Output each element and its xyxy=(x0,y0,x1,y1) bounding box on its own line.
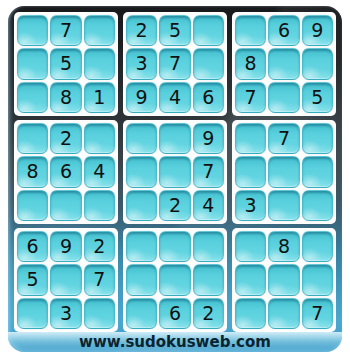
cell-r8c6[interactable] xyxy=(193,264,224,295)
cell-r5c2[interactable]: 6 xyxy=(50,156,81,187)
cell-r3c4[interactable]: 9 xyxy=(126,82,157,113)
cell-r6c7[interactable]: 3 xyxy=(235,190,266,221)
cell-r1c1[interactable] xyxy=(17,15,48,46)
cell-r3c3[interactable]: 1 xyxy=(84,82,115,113)
cell-r4c3[interactable] xyxy=(84,123,115,154)
cell-r4c9[interactable] xyxy=(302,123,333,154)
board-frame: 758125379466987528649724736925736287 www… xyxy=(8,6,342,352)
cell-r7c8[interactable]: 8 xyxy=(268,231,299,262)
cell-r7c9[interactable] xyxy=(302,231,333,262)
cell-r4c8[interactable]: 7 xyxy=(268,123,299,154)
cell-r6c3[interactable] xyxy=(84,190,115,221)
cell-r4c7[interactable] xyxy=(235,123,266,154)
cell-r1c2[interactable]: 7 xyxy=(50,15,81,46)
cell-r4c4[interactable] xyxy=(126,123,157,154)
cell-r2c4[interactable]: 3 xyxy=(126,48,157,79)
cell-r3c1[interactable] xyxy=(17,82,48,113)
box-1-2: 2537946 xyxy=(123,12,227,116)
cell-r3c2[interactable]: 8 xyxy=(50,82,81,113)
cell-r8c4[interactable] xyxy=(126,264,157,295)
cell-r4c5[interactable] xyxy=(159,123,190,154)
cell-r8c1[interactable]: 5 xyxy=(17,264,48,295)
cell-r1c7[interactable] xyxy=(235,15,266,46)
footer-bar: www.sudokusweb.com xyxy=(8,332,342,352)
cell-r6c1[interactable] xyxy=(17,190,48,221)
cell-r8c3[interactable]: 7 xyxy=(84,264,115,295)
cell-r8c2[interactable] xyxy=(50,264,81,295)
cell-r1c3[interactable] xyxy=(84,15,115,46)
cell-r9c9[interactable]: 7 xyxy=(302,298,333,329)
cell-r8c7[interactable] xyxy=(235,264,266,295)
cell-r3c9[interactable]: 5 xyxy=(302,82,333,113)
cell-r1c6[interactable] xyxy=(193,15,224,46)
cell-r7c2[interactable]: 9 xyxy=(50,231,81,262)
box-3-3: 87 xyxy=(232,228,336,332)
cell-r3c7[interactable]: 7 xyxy=(235,82,266,113)
cell-r5c8[interactable] xyxy=(268,156,299,187)
cell-r9c4[interactable] xyxy=(126,298,157,329)
cell-r6c5[interactable]: 2 xyxy=(159,190,190,221)
cell-r5c1[interactable]: 8 xyxy=(17,156,48,187)
cell-r1c8[interactable]: 6 xyxy=(268,15,299,46)
cell-r9c1[interactable] xyxy=(17,298,48,329)
cell-r6c2[interactable] xyxy=(50,190,81,221)
box-3-1: 692573 xyxy=(14,228,118,332)
cell-r4c1[interactable] xyxy=(17,123,48,154)
cell-r2c5[interactable]: 7 xyxy=(159,48,190,79)
box-2-1: 2864 xyxy=(14,120,118,224)
cell-r3c8[interactable] xyxy=(268,82,299,113)
cell-r1c5[interactable]: 5 xyxy=(159,15,190,46)
cell-r7c6[interactable] xyxy=(193,231,224,262)
cell-r7c7[interactable] xyxy=(235,231,266,262)
cell-r9c7[interactable] xyxy=(235,298,266,329)
cell-r7c5[interactable] xyxy=(159,231,190,262)
box-2-3: 73 xyxy=(232,120,336,224)
cell-r2c9[interactable] xyxy=(302,48,333,79)
cell-r2c2[interactable]: 5 xyxy=(50,48,81,79)
cell-r2c1[interactable] xyxy=(17,48,48,79)
cell-r3c6[interactable]: 6 xyxy=(193,82,224,113)
cell-r5c3[interactable]: 4 xyxy=(84,156,115,187)
sudoku-board: 758125379466987528649724736925736287 xyxy=(14,12,336,332)
cell-r8c5[interactable] xyxy=(159,264,190,295)
cell-r2c7[interactable]: 8 xyxy=(235,48,266,79)
cell-r2c3[interactable] xyxy=(84,48,115,79)
cell-r6c4[interactable] xyxy=(126,190,157,221)
cell-r5c4[interactable] xyxy=(126,156,157,187)
cell-r9c6[interactable]: 2 xyxy=(193,298,224,329)
cell-r5c6[interactable]: 7 xyxy=(193,156,224,187)
box-1-1: 7581 xyxy=(14,12,118,116)
cell-r3c5[interactable]: 4 xyxy=(159,82,190,113)
cell-r9c3[interactable] xyxy=(84,298,115,329)
site-url-link[interactable]: www.sudokusweb.com xyxy=(79,333,271,351)
cell-r6c9[interactable] xyxy=(302,190,333,221)
cell-r1c4[interactable]: 2 xyxy=(126,15,157,46)
cell-r2c8[interactable] xyxy=(268,48,299,79)
cell-r5c9[interactable] xyxy=(302,156,333,187)
box-2-2: 9724 xyxy=(123,120,227,224)
cell-r8c9[interactable] xyxy=(302,264,333,295)
box-3-2: 62 xyxy=(123,228,227,332)
cell-r6c6[interactable]: 4 xyxy=(193,190,224,221)
cell-r4c6[interactable]: 9 xyxy=(193,123,224,154)
cell-r4c2[interactable]: 2 xyxy=(50,123,81,154)
cell-r7c4[interactable] xyxy=(126,231,157,262)
cell-r8c8[interactable] xyxy=(268,264,299,295)
cell-r9c8[interactable] xyxy=(268,298,299,329)
cell-r5c7[interactable] xyxy=(235,156,266,187)
cell-r7c3[interactable]: 2 xyxy=(84,231,115,262)
cell-r9c2[interactable]: 3 xyxy=(50,298,81,329)
box-1-3: 69875 xyxy=(232,12,336,116)
cell-r6c8[interactable] xyxy=(268,190,299,221)
cell-r9c5[interactable]: 6 xyxy=(159,298,190,329)
cell-r2c6[interactable] xyxy=(193,48,224,79)
cell-r7c1[interactable]: 6 xyxy=(17,231,48,262)
cell-r5c5[interactable] xyxy=(159,156,190,187)
cell-r1c9[interactable]: 9 xyxy=(302,15,333,46)
